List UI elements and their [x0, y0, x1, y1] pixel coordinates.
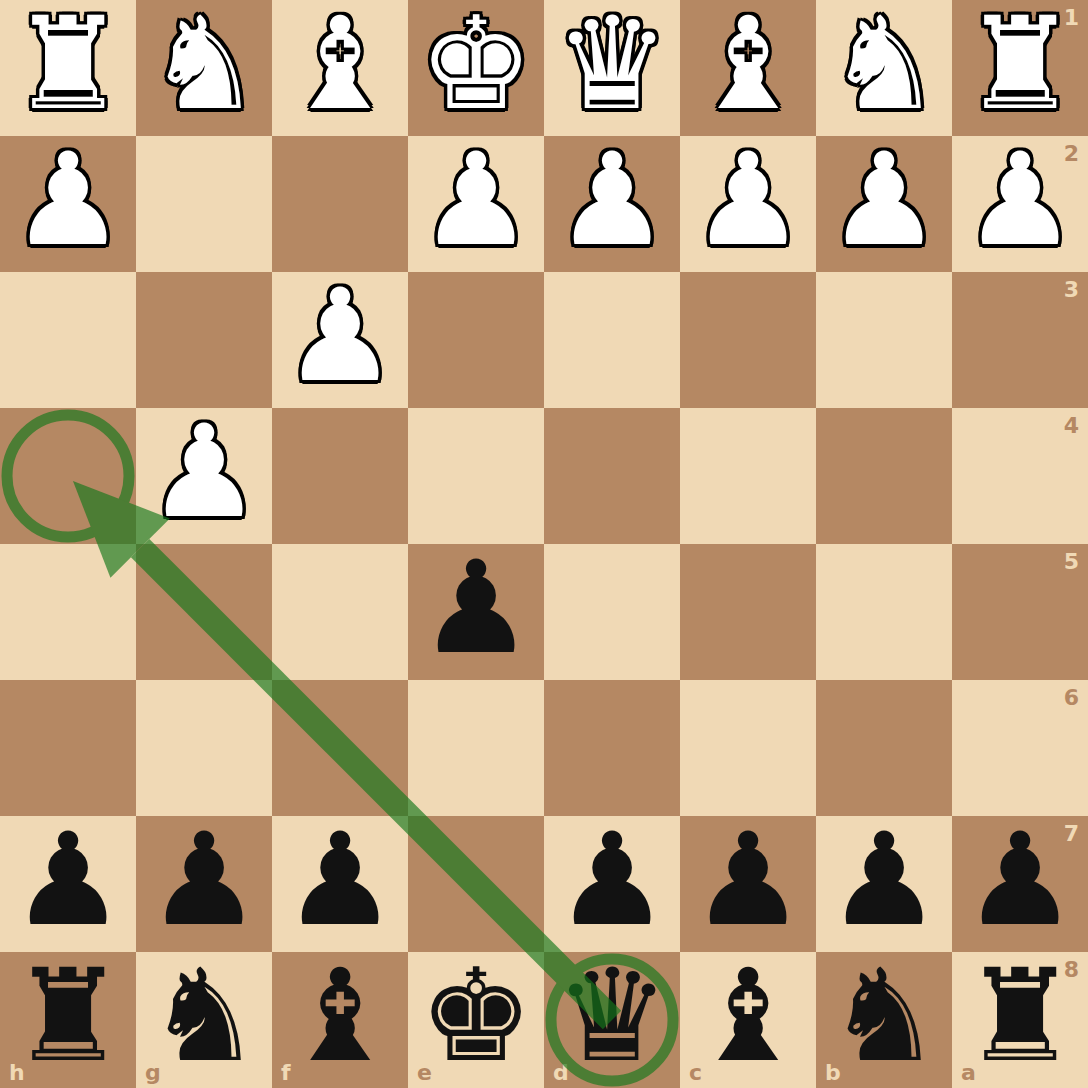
square-c8[interactable]: ♝c: [680, 952, 816, 1088]
square-h8[interactable]: ♜h: [0, 952, 136, 1088]
white-queen[interactable]: ♛: [555, 0, 670, 132]
square-d4[interactable]: [544, 408, 680, 544]
white-pawn[interactable]: ♟: [147, 404, 262, 540]
square-h4[interactable]: [0, 408, 136, 544]
white-rook[interactable]: ♜: [963, 0, 1078, 132]
square-g4[interactable]: ♟: [136, 408, 272, 544]
rank-label-5: 5: [1064, 549, 1079, 574]
white-pawn[interactable]: ♟: [419, 132, 534, 268]
square-a4[interactable]: 4: [952, 408, 1088, 544]
square-a5[interactable]: 5: [952, 544, 1088, 680]
square-g8[interactable]: ♞g: [136, 952, 272, 1088]
square-h7[interactable]: ♟: [0, 816, 136, 952]
square-b8[interactable]: ♞b: [816, 952, 952, 1088]
black-rook[interactable]: ♜: [11, 948, 126, 1084]
square-d5[interactable]: [544, 544, 680, 680]
square-f7[interactable]: ♟: [272, 816, 408, 952]
square-a7[interactable]: ♟7: [952, 816, 1088, 952]
square-e3[interactable]: [408, 272, 544, 408]
white-pawn[interactable]: ♟: [963, 132, 1078, 268]
square-d8[interactable]: ♛d: [544, 952, 680, 1088]
square-e2[interactable]: ♟: [408, 136, 544, 272]
black-pawn[interactable]: ♟: [419, 540, 534, 676]
black-pawn[interactable]: ♟: [147, 812, 262, 948]
square-e8[interactable]: ♚e: [408, 952, 544, 1088]
square-g3[interactable]: [136, 272, 272, 408]
square-b4[interactable]: [816, 408, 952, 544]
white-pawn[interactable]: ♟: [283, 268, 398, 404]
square-e4[interactable]: [408, 408, 544, 544]
square-g2[interactable]: [136, 136, 272, 272]
square-f2[interactable]: [272, 136, 408, 272]
square-d3[interactable]: [544, 272, 680, 408]
black-pawn[interactable]: ♟: [283, 812, 398, 948]
square-e7[interactable]: [408, 816, 544, 952]
square-b3[interactable]: [816, 272, 952, 408]
white-pawn[interactable]: ♟: [691, 132, 806, 268]
board-squares: ♜♞♝♚♛♝♞♜1♟♟♟♟♟♟2♟3♟4♟56♟♟♟♟♟♟♟7♜h♞g♝f♚e♛…: [0, 0, 1088, 1088]
square-a1[interactable]: ♜1: [952, 0, 1088, 136]
square-e1[interactable]: ♚: [408, 0, 544, 136]
white-pawn[interactable]: ♟: [11, 132, 126, 268]
black-king[interactable]: ♚: [419, 948, 534, 1084]
white-pawn[interactable]: ♟: [827, 132, 942, 268]
square-b1[interactable]: ♞: [816, 0, 952, 136]
square-b2[interactable]: ♟: [816, 136, 952, 272]
black-queen[interactable]: ♛: [555, 948, 670, 1084]
square-h3[interactable]: [0, 272, 136, 408]
square-g7[interactable]: ♟: [136, 816, 272, 952]
square-g1[interactable]: ♞: [136, 0, 272, 136]
black-pawn[interactable]: ♟: [827, 812, 942, 948]
square-a3[interactable]: 3: [952, 272, 1088, 408]
square-d6[interactable]: [544, 680, 680, 816]
square-h6[interactable]: [0, 680, 136, 816]
black-pawn[interactable]: ♟: [691, 812, 806, 948]
square-b7[interactable]: ♟: [816, 816, 952, 952]
square-h2[interactable]: ♟: [0, 136, 136, 272]
square-f6[interactable]: [272, 680, 408, 816]
square-g5[interactable]: [136, 544, 272, 680]
square-h1[interactable]: ♜: [0, 0, 136, 136]
square-f5[interactable]: [272, 544, 408, 680]
square-d2[interactable]: ♟: [544, 136, 680, 272]
white-king[interactable]: ♚: [419, 0, 534, 132]
black-pawn[interactable]: ♟: [963, 812, 1078, 948]
square-c5[interactable]: [680, 544, 816, 680]
square-b6[interactable]: [816, 680, 952, 816]
white-knight[interactable]: ♞: [827, 0, 942, 132]
rank-label-3: 3: [1064, 277, 1079, 302]
square-c1[interactable]: ♝: [680, 0, 816, 136]
white-knight[interactable]: ♞: [147, 0, 262, 132]
square-h5[interactable]: [0, 544, 136, 680]
black-rook[interactable]: ♜: [963, 948, 1078, 1084]
white-bishop[interactable]: ♝: [283, 0, 398, 132]
white-rook[interactable]: ♜: [11, 0, 126, 132]
square-a6[interactable]: 6: [952, 680, 1088, 816]
square-c4[interactable]: [680, 408, 816, 544]
square-c7[interactable]: ♟: [680, 816, 816, 952]
square-a8[interactable]: ♜8a: [952, 952, 1088, 1088]
square-e6[interactable]: [408, 680, 544, 816]
square-c3[interactable]: [680, 272, 816, 408]
black-knight[interactable]: ♞: [827, 948, 942, 1084]
square-a2[interactable]: ♟2: [952, 136, 1088, 272]
square-f3[interactable]: ♟: [272, 272, 408, 408]
square-f4[interactable]: [272, 408, 408, 544]
square-c6[interactable]: [680, 680, 816, 816]
square-d7[interactable]: ♟: [544, 816, 680, 952]
rank-label-6: 6: [1064, 685, 1079, 710]
square-b5[interactable]: [816, 544, 952, 680]
black-bishop[interactable]: ♝: [283, 948, 398, 1084]
black-knight[interactable]: ♞: [147, 948, 262, 1084]
black-pawn[interactable]: ♟: [555, 812, 670, 948]
white-pawn[interactable]: ♟: [555, 132, 670, 268]
chess-board: ♜♞♝♚♛♝♞♜1♟♟♟♟♟♟2♟3♟4♟56♟♟♟♟♟♟♟7♜h♞g♝f♚e♛…: [0, 0, 1088, 1088]
square-f8[interactable]: ♝f: [272, 952, 408, 1088]
square-e5[interactable]: ♟: [408, 544, 544, 680]
square-c2[interactable]: ♟: [680, 136, 816, 272]
square-d1[interactable]: ♛: [544, 0, 680, 136]
square-g6[interactable]: [136, 680, 272, 816]
square-f1[interactable]: ♝: [272, 0, 408, 136]
black-pawn[interactable]: ♟: [11, 812, 126, 948]
white-bishop[interactable]: ♝: [691, 0, 806, 132]
black-bishop[interactable]: ♝: [691, 948, 806, 1084]
rank-label-4: 4: [1064, 413, 1079, 438]
